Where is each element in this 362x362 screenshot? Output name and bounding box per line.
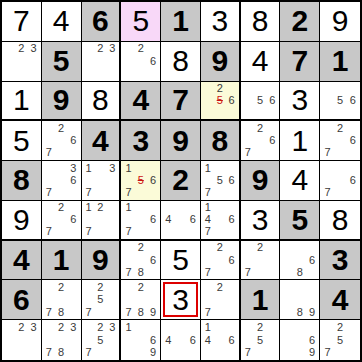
solved-digit: 3 xyxy=(211,6,228,36)
cell-r1c1[interactable]: 7 xyxy=(2,2,42,42)
pencil-marks: 46 xyxy=(162,321,199,359)
given-digit: 2 xyxy=(172,165,189,195)
candidate-7: 7 xyxy=(122,226,134,238)
cell-r2c2[interactable]: 5 xyxy=(42,42,82,82)
pencil-marks: 257 xyxy=(242,321,279,359)
candidate-7: 7 xyxy=(242,147,254,159)
given-digit: 6 xyxy=(92,6,109,36)
candidate-7: 7 xyxy=(321,147,334,159)
solved-digit: 9 xyxy=(13,205,30,235)
candidate-7: 7 xyxy=(242,346,254,359)
cell-r3c2[interactable]: 9 xyxy=(42,82,82,122)
pencil-marks: 267 xyxy=(43,202,80,238)
candidate-4: 4 xyxy=(162,214,174,226)
given-digit: 1 xyxy=(332,46,349,76)
candidate-3: 3 xyxy=(106,162,118,174)
pencil-marks: 56 xyxy=(242,83,279,119)
candidate-6: 6 xyxy=(306,254,318,266)
candidate-7: 7 xyxy=(43,147,55,159)
given-digit: 9 xyxy=(53,85,70,115)
candidate-6: 6 xyxy=(266,94,278,106)
cell-r1c5[interactable]: 1 xyxy=(161,2,201,42)
cell-r3c5[interactable]: 7 xyxy=(161,82,201,122)
solved-digit: 1 xyxy=(13,85,30,115)
candidate-9: 9 xyxy=(306,346,318,359)
candidate-6: 6 xyxy=(226,214,238,226)
cell-r4c1[interactable]: 5 xyxy=(2,121,42,161)
candidate-4: 4 xyxy=(202,334,214,347)
cell-r2c4[interactable]: 26 xyxy=(121,42,161,82)
candidate-4: 4 xyxy=(162,334,174,347)
candidate-1: 1 xyxy=(83,202,95,214)
cell-r6c7[interactable]: 3 xyxy=(241,201,281,241)
solved-digit: 5 xyxy=(132,6,149,36)
pencil-marks: 267 xyxy=(202,242,238,279)
cell-r7c7[interactable]: 27 xyxy=(241,241,281,281)
given-digit: 4 xyxy=(92,126,109,156)
given-digit: 8 xyxy=(13,165,30,195)
cell-r1c6[interactable]: 3 xyxy=(201,2,241,42)
candidate-6: 6 xyxy=(266,135,278,147)
candidate-6: 6 xyxy=(306,334,318,347)
candidate-6: 6 xyxy=(147,254,159,266)
cell-r6c6[interactable]: 1467 xyxy=(201,201,241,241)
given-digit: 4 xyxy=(332,285,349,315)
cell-r4c3[interactable]: 4 xyxy=(82,121,122,161)
cell-r8c6[interactable]: 27 xyxy=(201,280,241,320)
candidate-7: 7 xyxy=(43,306,55,318)
pencil-marks: 2678 xyxy=(122,242,159,279)
candidate-2: 2 xyxy=(55,281,67,293)
candidate-6: 6 xyxy=(147,334,159,347)
solved-digit: 4 xyxy=(252,46,269,76)
candidate-6: 6 xyxy=(187,214,199,226)
cell-r8c7[interactable]: 1 xyxy=(241,280,281,320)
cell-r1c7[interactable]: 8 xyxy=(241,2,281,42)
cell-r8c8[interactable]: 89 xyxy=(280,280,320,320)
cell-r6c8[interactable]: 5 xyxy=(280,201,320,241)
candidate-5: 5 xyxy=(334,94,347,106)
cell-r2c3[interactable]: 23 xyxy=(82,42,122,82)
pencil-marks: 169 xyxy=(122,321,159,359)
given-digit: 9 xyxy=(211,46,228,76)
cell-r4c7[interactable]: 267 xyxy=(241,121,281,161)
candidate-2: 2 xyxy=(55,122,67,134)
candidate-7: 7 xyxy=(122,187,134,199)
cell-r1c3[interactable]: 6 xyxy=(82,2,122,42)
cell-r9c1[interactable]: 23 xyxy=(2,320,42,360)
given-digit: 5 xyxy=(53,46,70,76)
candidate-2: 2 xyxy=(15,321,27,334)
cell-r9c6[interactable]: 146 xyxy=(201,320,241,360)
cell-r5c4[interactable]: 1567 xyxy=(121,161,161,201)
cell-r9c9[interactable]: 257 xyxy=(320,320,360,360)
candidate-7: 7 xyxy=(83,226,95,238)
cell-r9c8[interactable]: 69 xyxy=(280,320,320,360)
given-digit: 5 xyxy=(291,205,308,235)
candidate-2: 2 xyxy=(254,242,266,254)
candidate-6: 6 xyxy=(147,214,159,226)
candidate-8: 8 xyxy=(135,306,147,318)
given-digit: 1 xyxy=(53,245,70,275)
cell-r4c4[interactable]: 3 xyxy=(121,121,161,161)
cell-r8c9[interactable]: 4 xyxy=(320,280,360,320)
pencil-marks: 2378 xyxy=(43,321,80,359)
candidate-2: 2 xyxy=(94,43,106,55)
candidate-9: 9 xyxy=(147,306,159,318)
candidate-9: 9 xyxy=(147,346,159,359)
solved-digit: 5 xyxy=(13,126,30,156)
cell-r8c5[interactable]: 3 xyxy=(161,280,201,320)
given-digit: 4 xyxy=(13,245,30,275)
candidate-6: 6 xyxy=(67,214,79,226)
solved-digit: 8 xyxy=(172,46,189,76)
candidate-5: 5 xyxy=(214,94,226,106)
solved-digit: 3 xyxy=(291,85,308,115)
cell-r1c2[interactable]: 4 xyxy=(42,2,82,42)
candidate-6: 6 xyxy=(147,55,159,67)
candidate-5: 5 xyxy=(94,294,106,306)
candidate-6: 6 xyxy=(226,94,238,106)
solved-digit: 8 xyxy=(332,205,349,235)
candidate-6: 6 xyxy=(346,174,359,186)
cell-r3c1[interactable]: 1 xyxy=(2,82,42,122)
pencil-marks: 56 xyxy=(321,83,359,119)
candidate-7: 7 xyxy=(321,346,334,359)
candidate-6: 6 xyxy=(147,174,159,186)
cell-r6c1[interactable]: 9 xyxy=(2,201,42,241)
candidate-8: 8 xyxy=(55,306,67,318)
cell-r9c2[interactable]: 2378 xyxy=(42,320,82,360)
candidate-2: 2 xyxy=(214,242,226,254)
given-digit: 1 xyxy=(172,6,189,36)
given-digit: 3 xyxy=(332,245,349,275)
solved-digit: 7 xyxy=(13,6,30,36)
cell-r4c6[interactable]: 8 xyxy=(201,121,241,161)
candidate-6: 6 xyxy=(346,135,359,147)
candidate-8: 8 xyxy=(135,266,147,278)
candidate-5: 5 xyxy=(214,174,226,186)
given-digit: 3 xyxy=(132,126,149,156)
cell-r7c5[interactable]: 5 xyxy=(161,241,201,281)
candidate-1: 1 xyxy=(122,162,134,174)
cell-r5c7[interactable]: 9 xyxy=(241,161,281,201)
candidate-2: 2 xyxy=(135,242,147,254)
candidate-3: 3 xyxy=(67,321,79,334)
cell-r6c2[interactable]: 267 xyxy=(42,201,82,241)
given-digit: 8 xyxy=(211,126,228,156)
pencil-marks: 267 xyxy=(321,122,359,159)
candidate-7: 7 xyxy=(202,306,214,318)
cell-r5c6[interactable]: 1567 xyxy=(201,161,241,201)
candidate-7: 7 xyxy=(122,306,134,318)
candidate-2: 2 xyxy=(214,281,226,293)
candidate-6: 6 xyxy=(346,94,359,106)
cell-r1c4[interactable]: 5 xyxy=(121,2,161,42)
cell-r5c8[interactable]: 4 xyxy=(280,161,320,201)
given-digit: 7 xyxy=(291,46,308,76)
sudoku-board: 7465138292352326894711984725656356526743… xyxy=(0,0,362,362)
candidate-7: 7 xyxy=(83,187,95,199)
cell-r2c8[interactable]: 7 xyxy=(280,42,320,82)
candidate-5: 5 xyxy=(334,334,347,347)
given-digit: 9 xyxy=(172,126,189,156)
candidate-7: 7 xyxy=(202,226,214,238)
cell-r3c7[interactable]: 56 xyxy=(241,82,281,122)
pencil-marks: 69 xyxy=(281,321,318,359)
candidate-7: 7 xyxy=(83,346,95,359)
candidate-9: 9 xyxy=(306,306,318,318)
pencil-marks: 26 xyxy=(122,43,159,80)
pencil-marks: 137 xyxy=(83,162,119,199)
candidate-8: 8 xyxy=(294,306,306,318)
solved-digit: 8 xyxy=(92,85,109,115)
pencil-marks: 46 xyxy=(162,202,199,238)
candidate-2: 2 xyxy=(15,43,27,55)
cell-r8c4[interactable]: 2789 xyxy=(121,280,161,320)
candidate-2: 2 xyxy=(214,83,226,95)
candidate-2: 2 xyxy=(94,202,106,214)
candidate-1: 1 xyxy=(202,162,214,174)
candidate-8: 8 xyxy=(294,266,306,278)
candidate-2: 2 xyxy=(55,202,67,214)
pencil-marks: 367 xyxy=(43,162,80,199)
candidate-6: 6 xyxy=(187,334,199,347)
candidate-2: 2 xyxy=(135,281,147,293)
pencil-marks: 167 xyxy=(122,202,159,238)
candidate-2: 2 xyxy=(254,122,266,134)
candidate-6: 6 xyxy=(67,174,79,186)
pencil-marks: 2789 xyxy=(122,281,159,318)
candidate-7: 7 xyxy=(43,226,55,238)
pencil-marks: 23 xyxy=(83,43,119,80)
candidate-3: 3 xyxy=(28,321,40,334)
candidate-3: 3 xyxy=(106,43,118,55)
cell-r6c5[interactable]: 46 xyxy=(161,201,201,241)
given-digit: 9 xyxy=(252,165,269,195)
cell-r7c6[interactable]: 267 xyxy=(201,241,241,281)
solved-digit: 5 xyxy=(172,245,189,275)
candidate-2: 2 xyxy=(334,122,347,134)
pencil-marks: 257 xyxy=(321,321,359,359)
cell-r3c3[interactable]: 8 xyxy=(82,82,122,122)
candidate-7: 7 xyxy=(43,346,55,359)
candidate-2: 2 xyxy=(334,321,347,334)
candidate-3: 3 xyxy=(67,162,79,174)
candidate-1: 1 xyxy=(83,162,95,174)
cell-r4c8[interactable]: 1 xyxy=(280,121,320,161)
cell-r3c9[interactable]: 56 xyxy=(320,82,360,122)
candidate-2: 2 xyxy=(94,321,106,334)
cell-r4c5[interactable]: 9 xyxy=(161,121,201,161)
candidate-7: 7 xyxy=(83,306,95,318)
candidate-6: 6 xyxy=(67,135,79,147)
candidate-2: 2 xyxy=(254,321,266,334)
candidate-7: 7 xyxy=(202,266,214,278)
cell-r7c9[interactable]: 3 xyxy=(320,241,360,281)
pencil-marks: 27 xyxy=(242,242,279,279)
cell-r7c1[interactable]: 4 xyxy=(2,241,42,281)
solved-digit: 1 xyxy=(291,126,308,156)
cell-r8c3[interactable]: 257 xyxy=(82,280,122,320)
cell-r5c5[interactable]: 2 xyxy=(161,161,201,201)
pencil-marks: 257 xyxy=(83,281,119,318)
given-digit: 4 xyxy=(132,85,149,115)
cell-r2c9[interactable]: 1 xyxy=(320,42,360,82)
cell-r7c3[interactable]: 9 xyxy=(82,241,122,281)
cell-r9c4[interactable]: 169 xyxy=(121,320,161,360)
pencil-marks: 127 xyxy=(83,202,119,238)
cell-r3c4[interactable]: 4 xyxy=(121,82,161,122)
cell-r9c5[interactable]: 46 xyxy=(161,320,201,360)
pencil-marks: 27 xyxy=(202,281,238,318)
candidate-8: 8 xyxy=(55,346,67,359)
pencil-marks: 146 xyxy=(202,321,238,359)
candidate-2: 2 xyxy=(55,321,67,334)
cell-r3c6[interactable]: 256 xyxy=(201,82,241,122)
candidate-7: 7 xyxy=(43,187,55,199)
solved-digit: 8 xyxy=(252,6,269,36)
given-digit: 7 xyxy=(172,85,189,115)
pencil-marks: 267 xyxy=(43,122,80,159)
candidate-4: 4 xyxy=(202,214,214,226)
candidate-7: 7 xyxy=(122,266,134,278)
candidate-6: 6 xyxy=(226,254,238,266)
solved-digit: 9 xyxy=(332,6,349,36)
given-digit: 9 xyxy=(92,245,109,275)
cell-r6c3[interactable]: 127 xyxy=(82,201,122,241)
candidate-2: 2 xyxy=(135,43,147,55)
cell-r3c8[interactable]: 3 xyxy=(280,82,320,122)
pencil-marks: 2357 xyxy=(83,321,119,359)
solved-digit: 4 xyxy=(53,6,70,36)
cell-r4c9[interactable]: 267 xyxy=(320,121,360,161)
solved-digit: 3 xyxy=(252,205,269,235)
pencil-marks: 89 xyxy=(281,281,318,318)
given-digit: 2 xyxy=(291,6,308,36)
pencil-marks: 278 xyxy=(43,281,80,318)
pencil-marks: 68 xyxy=(281,242,318,279)
candidate-3: 3 xyxy=(28,43,40,55)
candidate-1: 1 xyxy=(122,321,134,334)
candidate-3: 3 xyxy=(106,321,118,334)
cell-r7c4[interactable]: 2678 xyxy=(121,241,161,281)
candidate-6: 6 xyxy=(226,174,238,186)
candidate-1: 1 xyxy=(202,202,214,214)
candidate-1: 1 xyxy=(122,202,134,214)
candidate-5: 5 xyxy=(254,94,266,106)
pencil-marks: 267 xyxy=(242,122,279,159)
cell-r1c8[interactable]: 2 xyxy=(280,2,320,42)
cell-r9c7[interactable]: 257 xyxy=(241,320,281,360)
candidate-5: 5 xyxy=(94,334,106,347)
candidate-6: 6 xyxy=(226,334,238,347)
cell-r2c7[interactable]: 4 xyxy=(241,42,281,82)
pencil-marks: 67 xyxy=(321,162,359,199)
candidate-7: 7 xyxy=(242,266,254,278)
cell-r6c9[interactable]: 8 xyxy=(320,201,360,241)
cell-r5c3[interactable]: 137 xyxy=(82,161,122,201)
cell-r9c3[interactable]: 2357 xyxy=(82,320,122,360)
cell-r5c1[interactable]: 8 xyxy=(2,161,42,201)
cell-r2c5[interactable]: 8 xyxy=(161,42,201,82)
pencil-marks: 1567 xyxy=(202,162,238,199)
cell-r7c2[interactable]: 1 xyxy=(42,241,82,281)
cell-r2c1[interactable]: 23 xyxy=(2,42,42,82)
candidate-5: 5 xyxy=(254,334,266,347)
cell-r1c9[interactable]: 9 xyxy=(320,2,360,42)
solved-digit: 3 xyxy=(172,285,189,315)
pencil-marks: 23 xyxy=(3,321,40,359)
cell-r7c8[interactable]: 68 xyxy=(280,241,320,281)
pencil-marks: 23 xyxy=(3,43,40,80)
candidate-2: 2 xyxy=(94,281,106,293)
solved-digit: 4 xyxy=(291,165,308,195)
candidate-7: 7 xyxy=(202,187,214,199)
pencil-marks: 1467 xyxy=(202,202,238,238)
cell-r8c2[interactable]: 278 xyxy=(42,280,82,320)
cell-r6c4[interactable]: 167 xyxy=(121,201,161,241)
cell-r2c6[interactable]: 9 xyxy=(201,42,241,82)
pencil-marks: 256 xyxy=(202,83,238,119)
cell-r8c1[interactable]: 6 xyxy=(2,280,42,320)
cell-r5c9[interactable]: 67 xyxy=(320,161,360,201)
candidate-1: 1 xyxy=(202,321,214,334)
cell-r4c2[interactable]: 267 xyxy=(42,121,82,161)
pencil-marks: 1567 xyxy=(122,162,159,199)
cell-r5c2[interactable]: 367 xyxy=(42,161,82,201)
candidate-5: 5 xyxy=(135,174,147,186)
given-digit: 1 xyxy=(252,285,269,315)
given-digit: 6 xyxy=(13,285,30,315)
candidate-7: 7 xyxy=(321,187,334,199)
